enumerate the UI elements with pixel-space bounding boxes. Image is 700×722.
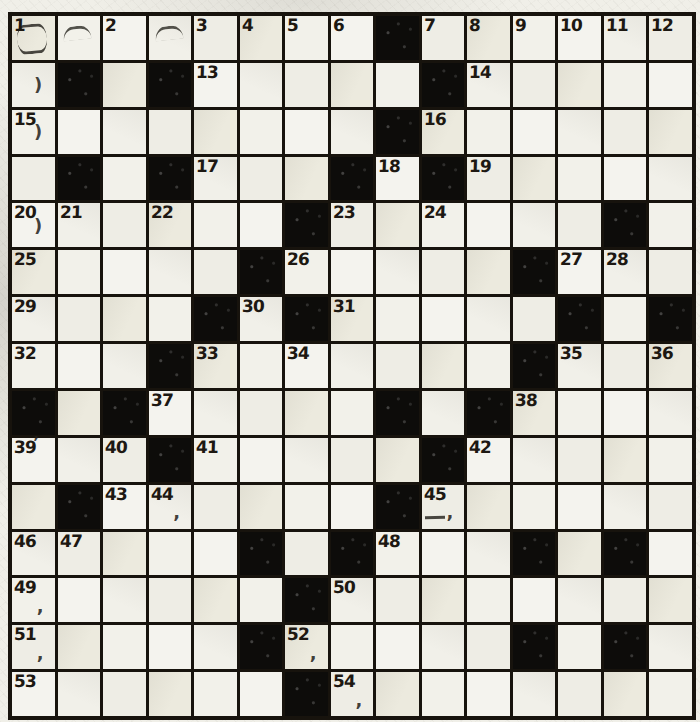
clue-number-9: 9 xyxy=(515,16,527,36)
cell-r4c12[interactable] xyxy=(513,157,556,201)
pencil-mark-underline xyxy=(425,516,445,520)
clue-number-44: 44 xyxy=(150,485,172,505)
cell-r1c11[interactable]: 8 xyxy=(467,16,510,60)
cell-r1c15[interactable]: 12 xyxy=(649,16,692,60)
clue-number-31: 31 xyxy=(332,297,354,317)
cell-r14c1[interactable]: 51, xyxy=(12,625,55,669)
cell-r11c13[interactable] xyxy=(558,485,601,529)
cell-r6c14[interactable]: 28 xyxy=(604,250,647,294)
cell-r6c7[interactable]: 26 xyxy=(285,250,328,294)
clue-number-13: 13 xyxy=(196,63,218,83)
cell-r1c5[interactable]: 3 xyxy=(194,16,237,60)
cell-r3c6[interactable] xyxy=(240,110,283,154)
black-cell-r12c8 xyxy=(331,532,374,576)
pencil-mark-comma: , xyxy=(446,501,453,522)
black-cell-r13c7 xyxy=(285,578,328,622)
cell-r13c5[interactable] xyxy=(194,578,237,622)
cell-r3c8[interactable] xyxy=(331,110,374,154)
clue-number-32: 32 xyxy=(14,344,36,364)
black-cell-r2c2 xyxy=(58,63,101,107)
cell-r10c8[interactable] xyxy=(331,438,374,482)
cell-r4c7[interactable] xyxy=(285,157,328,201)
cell-r7c10[interactable] xyxy=(422,297,465,341)
cell-r11c6[interactable] xyxy=(240,485,283,529)
cell-r15c9[interactable] xyxy=(376,672,419,716)
black-cell-r5c14 xyxy=(604,203,647,247)
cell-r2c11[interactable]: 14 xyxy=(467,63,510,107)
clue-number-41: 41 xyxy=(196,438,218,458)
clue-number-6: 6 xyxy=(332,16,344,36)
clue-number-20: 20 xyxy=(14,203,36,223)
cell-r7c1[interactable]: 29 xyxy=(12,297,55,341)
cell-r9c8[interactable] xyxy=(331,391,374,435)
cell-r10c5[interactable]: 41 xyxy=(194,438,237,482)
cell-r13c15[interactable] xyxy=(649,578,692,622)
cell-r10c12[interactable] xyxy=(513,438,556,482)
black-cell-r2c4 xyxy=(149,63,192,107)
black-cell-r8c12 xyxy=(513,344,556,388)
cell-r9c6[interactable] xyxy=(240,391,283,435)
cell-r7c6[interactable]: 30 xyxy=(240,297,283,341)
cell-r1c7[interactable]: 5 xyxy=(285,16,328,60)
clue-number-35: 35 xyxy=(560,344,582,364)
cell-r8c5[interactable]: 33 xyxy=(194,344,237,388)
cell-r3c11[interactable] xyxy=(467,110,510,154)
cell-r10c3[interactable]: 40 xyxy=(103,438,146,482)
cell-r15c4[interactable] xyxy=(149,672,192,716)
cell-r6c9[interactable] xyxy=(376,250,419,294)
cell-r14c9[interactable] xyxy=(376,625,419,669)
cell-r4c6[interactable] xyxy=(240,157,283,201)
cell-r8c7[interactable]: 34 xyxy=(285,344,328,388)
cell-r13c9[interactable] xyxy=(376,578,419,622)
cell-r12c5[interactable] xyxy=(194,532,237,576)
clue-number-33: 33 xyxy=(196,344,218,364)
cell-r3c13[interactable] xyxy=(558,110,601,154)
clue-number-7: 7 xyxy=(423,16,435,36)
cell-r4c13[interactable] xyxy=(558,157,601,201)
cell-r15c6[interactable] xyxy=(240,672,283,716)
black-cell-r12c12 xyxy=(513,532,556,576)
clue-number-14: 14 xyxy=(469,63,491,83)
cell-r2c14[interactable] xyxy=(604,63,647,107)
black-cell-r1c9 xyxy=(376,16,419,60)
black-cell-r9c1 xyxy=(12,391,55,435)
clue-number-39: 39 xyxy=(14,438,36,458)
cell-r3c14[interactable] xyxy=(604,110,647,154)
cell-r14c8[interactable] xyxy=(331,625,374,669)
cell-r13c8[interactable]: 50 xyxy=(331,578,374,622)
cell-r7c8[interactable]: 31 xyxy=(331,297,374,341)
cell-r9c12[interactable]: 38 xyxy=(513,391,556,435)
cell-r2c5[interactable]: 13 xyxy=(194,63,237,107)
cell-r2c9[interactable] xyxy=(376,63,419,107)
cell-r15c15[interactable] xyxy=(649,672,692,716)
cell-r6c5[interactable] xyxy=(194,250,237,294)
cell-r13c14[interactable] xyxy=(604,578,647,622)
cell-r10c6[interactable] xyxy=(240,438,283,482)
cell-r7c2[interactable] xyxy=(58,297,101,341)
cell-r11c14[interactable] xyxy=(604,485,647,529)
cell-r12c4[interactable] xyxy=(149,532,192,576)
clue-number-37: 37 xyxy=(150,391,172,411)
cell-r12c9[interactable]: 48 xyxy=(376,532,419,576)
cell-r9c15[interactable] xyxy=(649,391,692,435)
clue-number-42: 42 xyxy=(469,438,491,458)
cell-r1c8[interactable]: 6 xyxy=(331,16,374,60)
cell-r6c13[interactable]: 27 xyxy=(558,250,601,294)
cell-r4c11[interactable]: 19 xyxy=(467,157,510,201)
cell-r5c15[interactable] xyxy=(649,203,692,247)
clue-number-1: 1 xyxy=(14,16,26,36)
cell-r9c14[interactable] xyxy=(604,391,647,435)
clue-number-25: 25 xyxy=(14,250,36,270)
cell-r3c5[interactable] xyxy=(194,110,237,154)
black-cell-r7c7 xyxy=(285,297,328,341)
cell-r7c3[interactable] xyxy=(103,297,146,341)
black-cell-r4c2 xyxy=(58,157,101,201)
black-cell-r2c10 xyxy=(422,63,465,107)
cell-r2c12[interactable] xyxy=(513,63,556,107)
cell-r11c7[interactable] xyxy=(285,485,328,529)
cell-r12c11[interactable] xyxy=(467,532,510,576)
cell-r2c7[interactable] xyxy=(285,63,328,107)
black-cell-r15c7 xyxy=(285,672,328,716)
cell-r1c14[interactable]: 11 xyxy=(604,16,647,60)
cell-r1c4[interactable] xyxy=(149,16,192,60)
clue-number-15: 15 xyxy=(14,110,36,130)
black-cell-r7c5 xyxy=(194,297,237,341)
cell-r2c15[interactable] xyxy=(649,63,692,107)
cell-r13c13[interactable] xyxy=(558,578,601,622)
black-cell-r10c4 xyxy=(149,438,192,482)
black-cell-r14c6 xyxy=(240,625,283,669)
cell-r2c1[interactable]: ) xyxy=(12,63,55,107)
cell-r5c10[interactable]: 24 xyxy=(422,203,465,247)
scanned-paper-background: 123456789101112)131415)1617181920)212223… xyxy=(0,0,700,722)
cell-r14c5[interactable] xyxy=(194,625,237,669)
cell-r1c12[interactable]: 9 xyxy=(513,16,556,60)
clue-number-30: 30 xyxy=(241,297,263,317)
cell-r11c5[interactable] xyxy=(194,485,237,529)
clue-number-16: 16 xyxy=(423,110,445,130)
cell-r6c1[interactable]: 25 xyxy=(12,250,55,294)
cell-r7c14[interactable] xyxy=(604,297,647,341)
cell-r7c11[interactable] xyxy=(467,297,510,341)
cell-r6c8[interactable] xyxy=(331,250,374,294)
clue-number-28: 28 xyxy=(606,250,628,270)
cell-r1c13[interactable]: 10 xyxy=(558,16,601,60)
cell-r6c2[interactable] xyxy=(58,250,101,294)
cell-r10c15[interactable] xyxy=(649,438,692,482)
black-cell-r14c12 xyxy=(513,625,556,669)
cell-r13c3[interactable] xyxy=(103,578,146,622)
clue-number-50: 50 xyxy=(332,578,354,598)
cell-r15c11[interactable] xyxy=(467,672,510,716)
pencil-mark-curl: ) xyxy=(34,74,42,95)
cell-r8c9[interactable] xyxy=(376,344,419,388)
cell-r13c1[interactable]: 49, xyxy=(12,578,55,622)
cell-r15c8[interactable]: 54, xyxy=(331,672,374,716)
clue-number-54: 54 xyxy=(332,672,354,692)
cell-r10c7[interactable] xyxy=(285,438,328,482)
cell-r9c13[interactable] xyxy=(558,391,601,435)
cell-r8c3[interactable] xyxy=(103,344,146,388)
black-cell-r4c4 xyxy=(149,157,192,201)
cell-r8c15[interactable]: 36 xyxy=(649,344,692,388)
black-cell-r6c12 xyxy=(513,250,556,294)
cell-r5c11[interactable] xyxy=(467,203,510,247)
pencil-mark-comma: , xyxy=(355,689,362,710)
cell-r12c13[interactable] xyxy=(558,532,601,576)
black-cell-r8c4 xyxy=(149,344,192,388)
clue-number-45: 45 xyxy=(423,485,445,505)
cell-r2c6[interactable] xyxy=(240,63,283,107)
cell-r9c10[interactable] xyxy=(422,391,465,435)
cell-r5c3[interactable] xyxy=(103,203,146,247)
clue-number-4: 4 xyxy=(241,16,253,36)
clue-number-11: 11 xyxy=(606,16,628,36)
black-cell-r12c14 xyxy=(604,532,647,576)
cell-r8c14[interactable] xyxy=(604,344,647,388)
cell-r4c3[interactable] xyxy=(103,157,146,201)
cell-r13c2[interactable] xyxy=(58,578,101,622)
clue-number-19: 19 xyxy=(469,157,491,177)
cell-r5c9[interactable] xyxy=(376,203,419,247)
cell-r10c9[interactable] xyxy=(376,438,419,482)
cell-r5c12[interactable] xyxy=(513,203,556,247)
cell-r5c5[interactable] xyxy=(194,203,237,247)
cell-r14c10[interactable] xyxy=(422,625,465,669)
pencil-mark-comma: , xyxy=(173,501,180,522)
clue-number-18: 18 xyxy=(378,157,400,177)
black-cell-r7c15 xyxy=(649,297,692,341)
clue-number-48: 48 xyxy=(378,532,400,552)
cell-r2c13[interactable] xyxy=(558,63,601,107)
clue-number-3: 3 xyxy=(196,16,208,36)
pencil-mark-arc xyxy=(154,24,183,41)
cell-r5c13[interactable] xyxy=(558,203,601,247)
black-cell-r6c6 xyxy=(240,250,283,294)
cell-r3c2[interactable] xyxy=(58,110,101,154)
cell-r4c14[interactable] xyxy=(604,157,647,201)
cell-r14c13[interactable] xyxy=(558,625,601,669)
clue-number-23: 23 xyxy=(332,203,354,223)
cell-r8c13[interactable]: 35 xyxy=(558,344,601,388)
cell-r11c11[interactable] xyxy=(467,485,510,529)
cell-r15c1[interactable]: 53 xyxy=(12,672,55,716)
cell-r2c8[interactable] xyxy=(331,63,374,107)
black-cell-r14c14 xyxy=(604,625,647,669)
clue-number-27: 27 xyxy=(560,250,582,270)
cell-r9c7[interactable] xyxy=(285,391,328,435)
black-cell-r5c7 xyxy=(285,203,328,247)
cell-r10c1[interactable]: 39’ xyxy=(12,438,55,482)
cell-r4c5[interactable]: 17 xyxy=(194,157,237,201)
cell-r8c11[interactable] xyxy=(467,344,510,388)
cell-r14c15[interactable] xyxy=(649,625,692,669)
pencil-mark-arc xyxy=(63,24,92,41)
cell-r12c3[interactable] xyxy=(103,532,146,576)
cell-r14c2[interactable] xyxy=(58,625,101,669)
crossword-grid: 123456789101112)131415)1617181920)212223… xyxy=(8,12,696,720)
clue-number-38: 38 xyxy=(515,391,537,411)
cell-r9c5[interactable] xyxy=(194,391,237,435)
cell-r5c1[interactable]: 20) xyxy=(12,203,55,247)
cell-r3c4[interactable] xyxy=(149,110,192,154)
cell-r11c3[interactable]: 43 xyxy=(103,485,146,529)
cell-r2c3[interactable] xyxy=(103,63,146,107)
cell-r15c10[interactable] xyxy=(422,672,465,716)
cell-r13c10[interactable] xyxy=(422,578,465,622)
cell-r15c13[interactable] xyxy=(558,672,601,716)
cell-r11c1[interactable] xyxy=(12,485,55,529)
black-cell-r11c2 xyxy=(58,485,101,529)
cell-r10c14[interactable] xyxy=(604,438,647,482)
clue-number-12: 12 xyxy=(651,16,673,36)
cell-r7c12[interactable] xyxy=(513,297,556,341)
cell-r9c4[interactable]: 37 xyxy=(149,391,192,435)
cell-r12c10[interactable] xyxy=(422,532,465,576)
black-cell-r12c6 xyxy=(240,532,283,576)
black-cell-r3c9 xyxy=(376,110,419,154)
cell-r5c4[interactable]: 22 xyxy=(149,203,192,247)
cell-r8c8[interactable] xyxy=(331,344,374,388)
clue-number-2: 2 xyxy=(105,16,117,36)
black-cell-r4c10 xyxy=(422,157,465,201)
cell-r10c13[interactable] xyxy=(558,438,601,482)
clue-number-47: 47 xyxy=(59,532,81,552)
cell-r15c12[interactable] xyxy=(513,672,556,716)
clue-number-22: 22 xyxy=(150,203,172,223)
cell-r3c10[interactable]: 16 xyxy=(422,110,465,154)
pencil-mark-comma: , xyxy=(37,595,44,616)
cell-r14c11[interactable] xyxy=(467,625,510,669)
clue-number-43: 43 xyxy=(105,485,127,505)
cell-r7c4[interactable] xyxy=(149,297,192,341)
cell-r8c6[interactable] xyxy=(240,344,283,388)
cell-r4c1[interactable] xyxy=(12,157,55,201)
pencil-mark-comma: , xyxy=(310,642,317,663)
cell-r12c15[interactable] xyxy=(649,532,692,576)
cell-r3c1[interactable]: 15) xyxy=(12,110,55,154)
cell-r11c12[interactable] xyxy=(513,485,556,529)
cell-r6c4[interactable] xyxy=(149,250,192,294)
cell-r13c12[interactable] xyxy=(513,578,556,622)
clue-number-5: 5 xyxy=(287,16,299,36)
clue-number-10: 10 xyxy=(560,16,582,36)
cell-r1c3[interactable]: 2 xyxy=(103,16,146,60)
cell-r8c2[interactable] xyxy=(58,344,101,388)
black-cell-r10c10 xyxy=(422,438,465,482)
clue-number-24: 24 xyxy=(423,203,445,223)
clue-number-29: 29 xyxy=(14,297,36,317)
clue-number-34: 34 xyxy=(287,344,309,364)
cell-r7c9[interactable] xyxy=(376,297,419,341)
cell-r9c2[interactable] xyxy=(58,391,101,435)
cell-r4c15[interactable] xyxy=(649,157,692,201)
cell-r5c2[interactable]: 21 xyxy=(58,203,101,247)
cell-r12c1[interactable]: 46 xyxy=(12,532,55,576)
cell-r13c4[interactable] xyxy=(149,578,192,622)
cell-r1c2[interactable] xyxy=(58,16,101,60)
cell-r5c8[interactable]: 23 xyxy=(331,203,374,247)
cell-r13c11[interactable] xyxy=(467,578,510,622)
clue-number-53: 53 xyxy=(14,672,36,692)
cell-r14c3[interactable] xyxy=(103,625,146,669)
clue-number-49: 49 xyxy=(14,578,36,598)
pencil-mark-comma: , xyxy=(37,642,44,663)
cell-r3c12[interactable] xyxy=(513,110,556,154)
clue-number-40: 40 xyxy=(105,438,127,458)
black-cell-r11c9 xyxy=(376,485,419,529)
black-cell-r7c13 xyxy=(558,297,601,341)
clue-number-52: 52 xyxy=(287,625,309,645)
cell-r11c15[interactable] xyxy=(649,485,692,529)
cell-r5c6[interactable] xyxy=(240,203,283,247)
cell-r14c4[interactable] xyxy=(149,625,192,669)
cell-r6c10[interactable] xyxy=(422,250,465,294)
black-cell-r9c9 xyxy=(376,391,419,435)
cell-r1c1[interactable]: 1 xyxy=(12,16,55,60)
clue-number-36: 36 xyxy=(651,344,673,364)
black-cell-r4c8 xyxy=(331,157,374,201)
cell-r12c7[interactable] xyxy=(285,532,328,576)
cell-r3c3[interactable] xyxy=(103,110,146,154)
cell-r1c6[interactable]: 4 xyxy=(240,16,283,60)
cell-r8c1[interactable]: 32 xyxy=(12,344,55,388)
cell-r15c5[interactable] xyxy=(194,672,237,716)
clue-number-46: 46 xyxy=(14,532,36,552)
cell-r11c4[interactable]: 44, xyxy=(149,485,192,529)
cell-r8c10[interactable] xyxy=(422,344,465,388)
cell-r3c7[interactable] xyxy=(285,110,328,154)
cell-r11c8[interactable] xyxy=(331,485,374,529)
clue-number-26: 26 xyxy=(287,250,309,270)
black-cell-r9c11 xyxy=(467,391,510,435)
black-cell-r9c3 xyxy=(103,391,146,435)
cell-r12c2[interactable]: 47 xyxy=(58,532,101,576)
cell-r15c3[interactable] xyxy=(103,672,146,716)
cell-r14c7[interactable]: 52, xyxy=(285,625,328,669)
cell-r10c2[interactable] xyxy=(58,438,101,482)
cell-r13c6[interactable] xyxy=(240,578,283,622)
clue-number-8: 8 xyxy=(469,16,481,36)
cell-r10c11[interactable]: 42 xyxy=(467,438,510,482)
cell-r11c10[interactable]: 45, xyxy=(422,485,465,529)
cell-r3c15[interactable] xyxy=(649,110,692,154)
cell-r6c11[interactable] xyxy=(467,250,510,294)
clue-number-17: 17 xyxy=(196,157,218,177)
cell-r6c15[interactable] xyxy=(649,250,692,294)
clue-number-51: 51 xyxy=(14,625,36,645)
cell-r15c2[interactable] xyxy=(58,672,101,716)
cell-r6c3[interactable] xyxy=(103,250,146,294)
cell-r4c9[interactable]: 18 xyxy=(376,157,419,201)
cell-r15c14[interactable] xyxy=(604,672,647,716)
clue-number-21: 21 xyxy=(59,203,81,223)
cell-r1c10[interactable]: 7 xyxy=(422,16,465,60)
